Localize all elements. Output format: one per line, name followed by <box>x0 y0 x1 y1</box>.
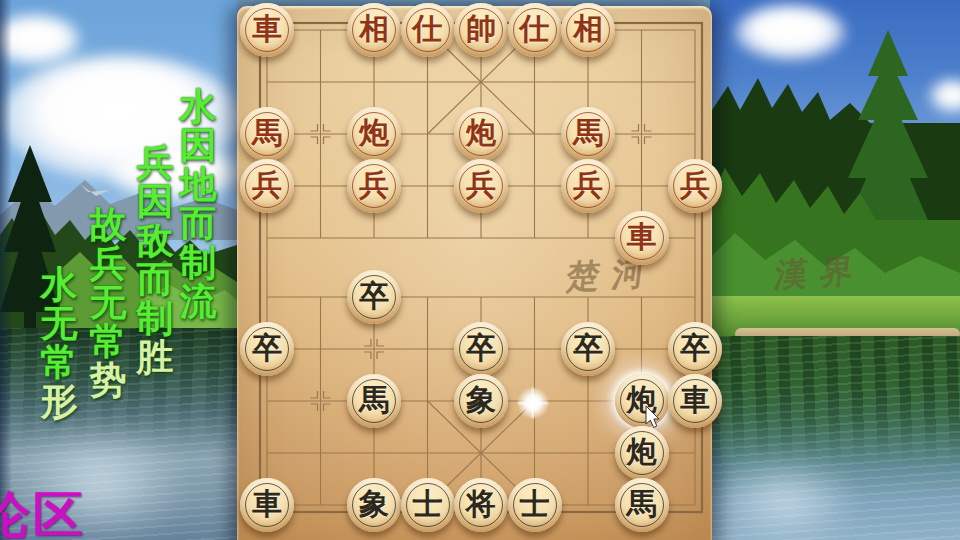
quote-column-2: 兵因敌而制胜 <box>133 143 177 377</box>
piece-black-chariot[interactable]: 車 <box>668 374 722 428</box>
piece-glyph: 馬 <box>252 118 282 148</box>
quote-character: 常 <box>86 322 130 361</box>
piece-black-advisor[interactable]: 士 <box>401 478 455 532</box>
cloud <box>0 15 80 65</box>
piece-glyph: 仕 <box>520 14 550 44</box>
piece-glyph: 炮 <box>627 437 657 467</box>
piece-black-general[interactable]: 将 <box>454 478 508 532</box>
piece-glyph: 士 <box>520 489 550 519</box>
quote-column-1: 水因地而制流 <box>176 87 220 321</box>
quote-character: 水 <box>37 265 81 304</box>
quote-character: 制 <box>176 243 220 282</box>
quote-character: 地 <box>176 165 220 204</box>
piece-glyph: 車 <box>680 385 710 415</box>
piece-glyph: 兵 <box>573 170 603 200</box>
piece-red-soldier[interactable]: 兵 <box>561 159 615 213</box>
piece-glyph: 卒 <box>466 333 496 363</box>
quote-character: 因 <box>176 126 220 165</box>
piece-black-chariot[interactable]: 車 <box>240 478 294 532</box>
quote-character: 胜 <box>133 338 177 377</box>
xiangqi-board[interactable]: 楚河 漢界 車相仕帥仕相馬炮炮馬兵兵兵兵兵車卒卒卒卒卒馬象炮車炮車象士将士馬 <box>237 6 712 540</box>
piece-red-chariot[interactable]: 車 <box>615 211 669 265</box>
quote-character: 而 <box>133 260 177 299</box>
piece-glyph: 象 <box>359 489 389 519</box>
piece-red-elephant[interactable]: 相 <box>561 3 615 57</box>
piece-glyph: 馬 <box>359 385 389 415</box>
piece-black-soldier[interactable]: 卒 <box>454 322 508 376</box>
piece-red-elephant[interactable]: 相 <box>347 3 401 57</box>
piece-glyph: 車 <box>252 14 282 44</box>
piece-black-elephant[interactable]: 象 <box>454 374 508 428</box>
piece-glyph: 車 <box>252 489 282 519</box>
piece-black-soldier[interactable]: 卒 <box>668 322 722 376</box>
piece-red-cannon[interactable]: 炮 <box>347 107 401 161</box>
game-screen: 楚河 漢界 車相仕帥仕相馬炮炮馬兵兵兵兵兵車卒卒卒卒卒馬象炮車炮車象士将士馬 水… <box>0 0 960 540</box>
piece-glyph: 車 <box>627 222 657 252</box>
quote-character: 故 <box>86 205 130 244</box>
sparkle-effect <box>516 386 550 420</box>
quote-character: 无 <box>37 304 81 343</box>
piece-red-advisor[interactable]: 仕 <box>508 3 562 57</box>
piece-red-cannon[interactable]: 炮 <box>454 107 508 161</box>
piece-glyph: 兵 <box>466 170 496 200</box>
quote-character: 势 <box>86 361 130 400</box>
piece-black-soldier[interactable]: 卒 <box>240 322 294 376</box>
piece-black-advisor[interactable]: 士 <box>508 478 562 532</box>
piece-glyph: 兵 <box>359 170 389 200</box>
piece-glyph: 相 <box>573 14 603 44</box>
quote-character: 敌 <box>133 221 177 260</box>
quote-character: 水 <box>176 87 220 126</box>
piece-red-horse[interactable]: 馬 <box>561 107 615 161</box>
piece-red-soldier[interactable]: 兵 <box>240 159 294 213</box>
piece-glyph: 卒 <box>359 281 389 311</box>
quote-character: 流 <box>176 282 220 321</box>
piece-red-soldier[interactable]: 兵 <box>347 159 401 213</box>
piece-black-horse[interactable]: 馬 <box>615 478 669 532</box>
quote-character: 无 <box>86 283 130 322</box>
piece-glyph: 炮 <box>466 118 496 148</box>
piece-glyph: 卒 <box>680 333 710 363</box>
piece-black-cannon[interactable]: 炮 <box>615 426 669 480</box>
piece-glyph: 兵 <box>680 170 710 200</box>
piece-glyph: 帥 <box>466 14 496 44</box>
piece-glyph: 相 <box>359 14 389 44</box>
quote-character: 常 <box>37 343 81 382</box>
piece-glyph: 馬 <box>627 489 657 519</box>
quote-character: 兵 <box>86 244 130 283</box>
piece-glyph: 兵 <box>252 170 282 200</box>
river-label-han: 漢界 <box>757 248 884 299</box>
piece-glyph: 将 <box>466 489 496 519</box>
quote-character: 形 <box>37 382 81 421</box>
piece-glyph: 士 <box>413 489 443 519</box>
piece-red-soldier[interactable]: 兵 <box>668 159 722 213</box>
piece-black-elephant[interactable]: 象 <box>347 478 401 532</box>
piece-glyph: 象 <box>466 385 496 415</box>
mouse-cursor <box>645 406 663 430</box>
piece-glyph: 卒 <box>573 333 603 363</box>
photo-edge-shadow <box>0 0 12 540</box>
piece-black-soldier[interactable]: 卒 <box>561 322 615 376</box>
piece-red-advisor[interactable]: 仕 <box>401 3 455 57</box>
ripples <box>710 336 960 540</box>
piece-black-soldier[interactable]: 卒 <box>347 270 401 324</box>
quote-character: 而 <box>176 204 220 243</box>
piece-glyph: 卒 <box>252 333 282 363</box>
piece-red-general[interactable]: 帥 <box>454 3 508 57</box>
piece-glyph: 仕 <box>413 14 443 44</box>
quote-character: 兵 <box>133 143 177 182</box>
quote-character: 制 <box>133 299 177 338</box>
piece-red-chariot[interactable]: 車 <box>240 3 294 57</box>
quote-character: 因 <box>133 182 177 221</box>
piece-red-soldier[interactable]: 兵 <box>454 159 508 213</box>
corner-caption: 论区 <box>0 482 86 540</box>
piece-glyph: 炮 <box>359 118 389 148</box>
piece-black-horse[interactable]: 馬 <box>347 374 401 428</box>
piece-red-horse[interactable]: 馬 <box>240 107 294 161</box>
quote-column-4: 水无常形 <box>37 265 81 421</box>
quote-column-3: 故兵无常势 <box>86 205 130 400</box>
piece-glyph: 馬 <box>573 118 603 148</box>
lake-right <box>710 336 960 540</box>
